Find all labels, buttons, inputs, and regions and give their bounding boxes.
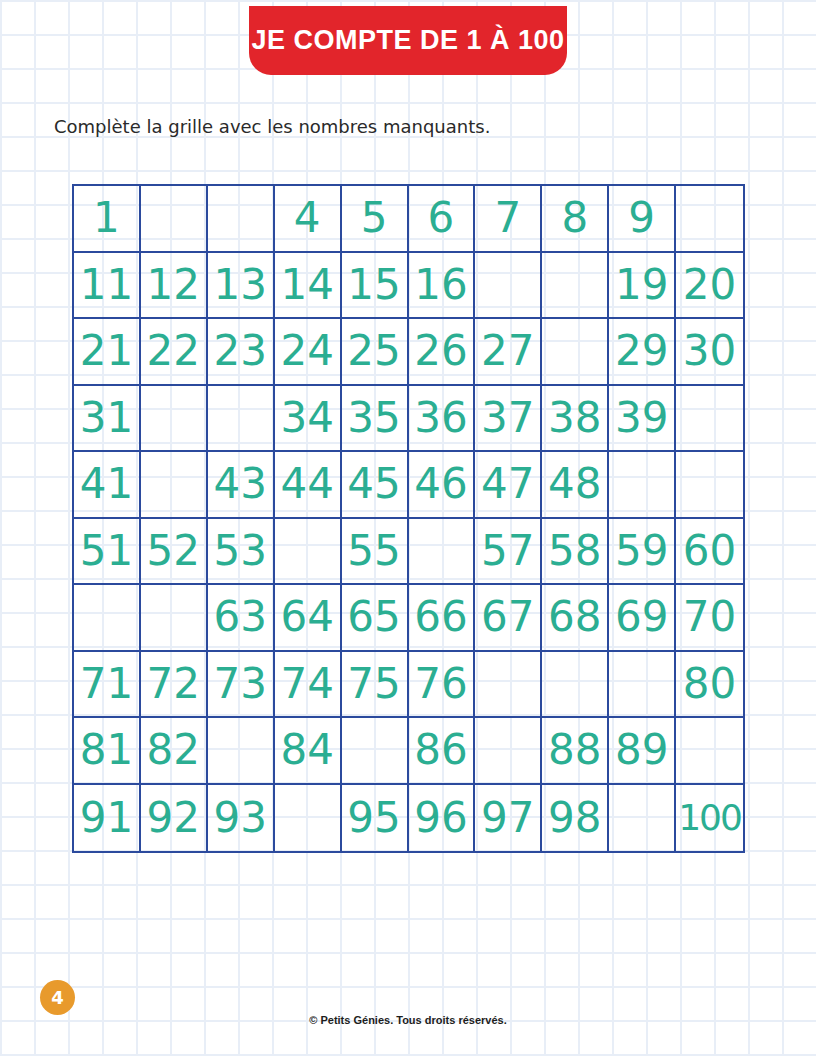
grid-cell-empty-85[interactable] — [342, 718, 409, 785]
grid-cell-86: 86 — [409, 718, 476, 785]
grid-cell-empty-94[interactable] — [275, 785, 342, 852]
grid-cell-67: 67 — [475, 585, 542, 652]
grid-cell-empty-78[interactable] — [542, 652, 609, 719]
grid-cell-empty-49[interactable] — [609, 452, 676, 519]
grid-cell-91: 91 — [74, 785, 141, 852]
grid-cell-empty-17[interactable] — [475, 253, 542, 320]
page-number: 4 — [51, 987, 64, 1008]
grid-cell-39: 39 — [609, 386, 676, 453]
grid-cell-empty-32[interactable] — [141, 386, 208, 453]
grid-cell-43: 43 — [208, 452, 275, 519]
grid-cell-empty-40[interactable] — [676, 386, 743, 453]
grid-cell-empty-56[interactable] — [409, 519, 476, 586]
grid-cell-93: 93 — [208, 785, 275, 852]
grid-cell-55: 55 — [342, 519, 409, 586]
grid-cell-empty-90[interactable] — [676, 718, 743, 785]
grid-cell-75: 75 — [342, 652, 409, 719]
instruction-text: Complète la grille avec les nombres manq… — [54, 116, 490, 137]
grid-cell-empty-3[interactable] — [208, 186, 275, 253]
grid-cell-empty-87[interactable] — [475, 718, 542, 785]
grid-cell-15: 15 — [342, 253, 409, 320]
grid-cell-59: 59 — [609, 519, 676, 586]
grid-cell-empty-10[interactable] — [676, 186, 743, 253]
grid-cell-44: 44 — [275, 452, 342, 519]
grid-cell-empty-42[interactable] — [141, 452, 208, 519]
grid-cell-81: 81 — [74, 718, 141, 785]
grid-cell-64: 64 — [275, 585, 342, 652]
grid-cell-48: 48 — [542, 452, 609, 519]
grid-cell-5: 5 — [342, 186, 409, 253]
grid-cell-76: 76 — [409, 652, 476, 719]
title-banner: JE COMPTE DE 1 À 100 — [249, 6, 567, 75]
grid-cell-empty-28[interactable] — [542, 319, 609, 386]
grid-cell-37: 37 — [475, 386, 542, 453]
grid-cell-9: 9 — [609, 186, 676, 253]
grid-cell-63: 63 — [208, 585, 275, 652]
grid-cell-70: 70 — [676, 585, 743, 652]
grid-cell-4: 4 — [275, 186, 342, 253]
grid-cell-36: 36 — [409, 386, 476, 453]
grid-cell-69: 69 — [609, 585, 676, 652]
grid-cell-23: 23 — [208, 319, 275, 386]
grid-cell-empty-54[interactable] — [275, 519, 342, 586]
grid-cell-empty-33[interactable] — [208, 386, 275, 453]
grid-cell-empty-61[interactable] — [74, 585, 141, 652]
grid-cell-53: 53 — [208, 519, 275, 586]
grid-cell-empty-62[interactable] — [141, 585, 208, 652]
grid-cell-60: 60 — [676, 519, 743, 586]
grid-cell-71: 71 — [74, 652, 141, 719]
grid-cell-22: 22 — [141, 319, 208, 386]
grid-cell-12: 12 — [141, 253, 208, 320]
grid-cell-1: 1 — [74, 186, 141, 253]
grid-cell-21: 21 — [74, 319, 141, 386]
number-grid: 1456789111213141516192021222324252627293… — [72, 184, 745, 853]
grid-cell-empty-79[interactable] — [609, 652, 676, 719]
grid-cell-38: 38 — [542, 386, 609, 453]
grid-cell-27: 27 — [475, 319, 542, 386]
grid-cell-empty-83[interactable] — [208, 718, 275, 785]
grid-cell-7: 7 — [475, 186, 542, 253]
grid-cell-empty-18[interactable] — [542, 253, 609, 320]
grid-cell-58: 58 — [542, 519, 609, 586]
grid-cell-29: 29 — [609, 319, 676, 386]
grid-cell-68: 68 — [542, 585, 609, 652]
grid-cell-24: 24 — [275, 319, 342, 386]
grid-cell-empty-77[interactable] — [475, 652, 542, 719]
grid-cell-empty-2[interactable] — [141, 186, 208, 253]
grid-cell-97: 97 — [475, 785, 542, 852]
grid-cell-52: 52 — [141, 519, 208, 586]
grid-cell-6: 6 — [409, 186, 476, 253]
grid-cell-30: 30 — [676, 319, 743, 386]
grid-cell-92: 92 — [141, 785, 208, 852]
grid-cell-74: 74 — [275, 652, 342, 719]
grid-cell-51: 51 — [74, 519, 141, 586]
grid-cell-26: 26 — [409, 319, 476, 386]
grid-cell-84: 84 — [275, 718, 342, 785]
grid-cell-empty-99[interactable] — [609, 785, 676, 852]
grid-cell-31: 31 — [74, 386, 141, 453]
grid-cell-11: 11 — [74, 253, 141, 320]
grid-cell-72: 72 — [141, 652, 208, 719]
grid-cell-empty-50[interactable] — [676, 452, 743, 519]
grid-cell-65: 65 — [342, 585, 409, 652]
grid-cell-45: 45 — [342, 452, 409, 519]
grid-cell-89: 89 — [609, 718, 676, 785]
page-title: JE COMPTE DE 1 À 100 — [251, 25, 564, 56]
copyright-text: © Petits Génies. Tous droits réservés. — [0, 1014, 816, 1026]
grid-cell-16: 16 — [409, 253, 476, 320]
grid-cell-25: 25 — [342, 319, 409, 386]
grid-cell-34: 34 — [275, 386, 342, 453]
grid-cell-66: 66 — [409, 585, 476, 652]
grid-cell-35: 35 — [342, 386, 409, 453]
grid-cell-47: 47 — [475, 452, 542, 519]
grid-cell-100: 100 — [676, 785, 743, 852]
grid-cell-80: 80 — [676, 652, 743, 719]
grid-cell-46: 46 — [409, 452, 476, 519]
grid-cell-41: 41 — [74, 452, 141, 519]
grid-cell-95: 95 — [342, 785, 409, 852]
grid-cell-20: 20 — [676, 253, 743, 320]
grid-cell-73: 73 — [208, 652, 275, 719]
grid-cell-8: 8 — [542, 186, 609, 253]
grid-cell-19: 19 — [609, 253, 676, 320]
page-number-badge: 4 — [40, 980, 75, 1015]
grid-cell-82: 82 — [141, 718, 208, 785]
grid-cell-14: 14 — [275, 253, 342, 320]
grid-cell-96: 96 — [409, 785, 476, 852]
grid-cell-57: 57 — [475, 519, 542, 586]
grid-cell-13: 13 — [208, 253, 275, 320]
grid-cell-98: 98 — [542, 785, 609, 852]
grid-cell-88: 88 — [542, 718, 609, 785]
